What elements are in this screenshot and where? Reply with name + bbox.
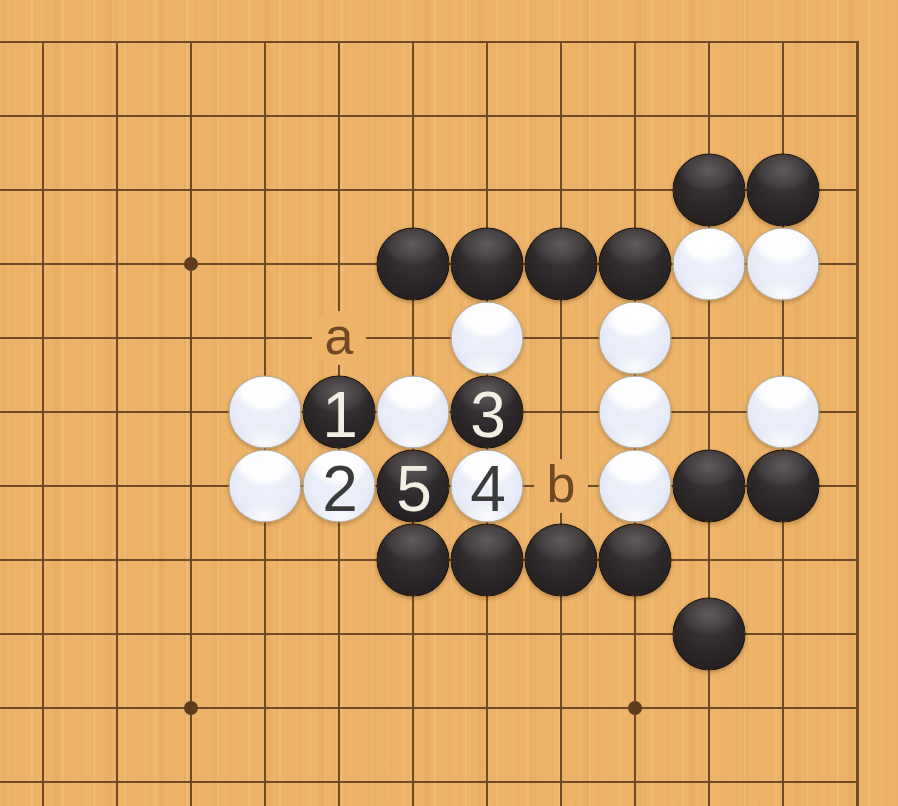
move-number: 3 bbox=[470, 382, 504, 446]
black-stone bbox=[673, 154, 746, 227]
black-stone bbox=[525, 228, 598, 301]
move-number: 4 bbox=[470, 456, 504, 520]
black-stone bbox=[599, 524, 672, 597]
white-stone bbox=[747, 376, 820, 449]
white-stone bbox=[599, 302, 672, 375]
black-stone bbox=[673, 450, 746, 523]
black-stone: 1 bbox=[303, 376, 376, 449]
black-stone bbox=[599, 228, 672, 301]
black-stone bbox=[747, 450, 820, 523]
black-stone bbox=[525, 524, 598, 597]
white-stone bbox=[673, 228, 746, 301]
white-stone: 4 bbox=[451, 450, 524, 523]
white-stone bbox=[599, 450, 672, 523]
black-stone bbox=[377, 228, 450, 301]
black-stone bbox=[747, 154, 820, 227]
move-number: 5 bbox=[396, 456, 430, 520]
white-stone bbox=[451, 302, 524, 375]
black-stone bbox=[377, 524, 450, 597]
white-stone bbox=[747, 228, 820, 301]
white-stone: 2 bbox=[303, 450, 376, 523]
white-stone bbox=[599, 376, 672, 449]
black-stone bbox=[451, 228, 524, 301]
black-stone bbox=[451, 524, 524, 597]
black-stone: 5 bbox=[377, 450, 450, 523]
black-stone bbox=[673, 598, 746, 671]
white-stone bbox=[229, 450, 302, 523]
stones-layer: 13524 bbox=[0, 0, 898, 806]
move-number: 2 bbox=[322, 456, 356, 520]
white-stone bbox=[377, 376, 450, 449]
black-stone: 3 bbox=[451, 376, 524, 449]
white-stone bbox=[229, 376, 302, 449]
go-board[interactable]: ab 13524 bbox=[0, 0, 898, 806]
move-number: 1 bbox=[322, 382, 356, 446]
